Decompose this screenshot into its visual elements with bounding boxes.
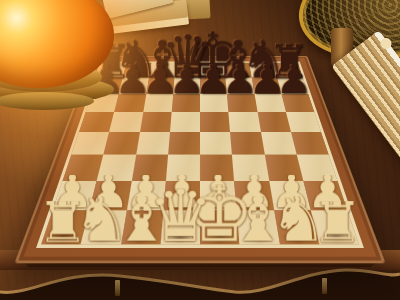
square-h1[interactable]: ♜ <box>310 210 358 244</box>
black-pawn-h7[interactable]: ♟ <box>275 64 312 96</box>
square-e6[interactable] <box>200 94 229 112</box>
apron-carving <box>0 262 400 300</box>
cabinet-hinge <box>115 280 120 296</box>
white-bishop-c1[interactable]: ♝ <box>113 195 170 244</box>
white-rook-h1[interactable]: ♜ <box>312 200 363 244</box>
square-h5[interactable] <box>286 112 321 132</box>
square-h7[interactable]: ♟ <box>277 78 308 94</box>
cabinet-hinge <box>322 278 327 294</box>
white-rook-a1[interactable]: ♜ <box>37 200 88 244</box>
square-h6[interactable] <box>281 94 314 112</box>
square-c1[interactable]: ♝ <box>121 210 164 244</box>
square-f4[interactable] <box>230 132 264 155</box>
square-e4[interactable] <box>200 132 232 155</box>
square-h4[interactable] <box>291 132 329 155</box>
square-g4[interactable] <box>261 132 297 155</box>
carved-table-front <box>0 262 400 300</box>
square-f5[interactable] <box>229 112 261 132</box>
square-f6[interactable] <box>227 94 257 112</box>
scene: ♜♞♝♛♚♝♞♜♟♟♟♟♟♟♟♟♟♟♟♟♟♟♟♟♜♞♝♛♚♝♞♜ <box>0 0 400 300</box>
square-e5[interactable] <box>200 112 230 132</box>
